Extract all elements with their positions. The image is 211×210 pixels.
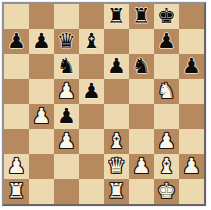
square-b4[interactable]: ♟ — [29, 104, 54, 129]
white-pawn-icon[interactable]: ♟ — [179, 154, 204, 179]
square-g3[interactable]: ♟ — [154, 129, 179, 154]
square-e2[interactable]: ♛ — [104, 154, 129, 179]
square-d5[interactable]: ♟ — [79, 79, 104, 104]
white-knight-icon[interactable]: ♞ — [154, 79, 179, 104]
square-b5[interactable] — [29, 79, 54, 104]
square-a7[interactable]: ♟ — [4, 29, 29, 54]
square-a4[interactable] — [4, 104, 29, 129]
square-d2[interactable] — [79, 154, 104, 179]
white-pawn-icon[interactable]: ♟ — [154, 129, 179, 154]
square-f6[interactable]: ♞ — [129, 54, 154, 79]
black-pawn-icon[interactable]: ♟ — [4, 29, 29, 54]
square-f4[interactable] — [129, 104, 154, 129]
square-e6[interactable]: ♟ — [104, 54, 129, 79]
black-pawn-icon[interactable]: ♟ — [54, 104, 79, 129]
board-frame: ♜♜♚♟♟♛♝♟♞♟♞♟♟♟♞♟♟♟♝♟♟♛♟♝♟♜♜♚ — [1, 1, 207, 207]
white-queen-icon[interactable]: ♛ — [104, 154, 129, 179]
square-e4[interactable] — [104, 104, 129, 129]
square-b7[interactable]: ♟ — [29, 29, 54, 54]
square-h5[interactable] — [179, 79, 204, 104]
black-pawn-icon[interactable]: ♟ — [104, 54, 129, 79]
square-f7[interactable] — [129, 29, 154, 54]
black-bishop-icon[interactable]: ♝ — [79, 29, 104, 54]
square-e5[interactable] — [104, 79, 129, 104]
black-queen-icon[interactable]: ♛ — [54, 29, 79, 54]
chess-board: ♜♜♚♟♟♛♝♟♞♟♞♟♟♟♞♟♟♟♝♟♟♛♟♝♟♜♜♚ — [4, 4, 204, 204]
square-d7[interactable]: ♝ — [79, 29, 104, 54]
white-bishop-icon[interactable]: ♝ — [154, 154, 179, 179]
square-f2[interactable]: ♟ — [129, 154, 154, 179]
square-a5[interactable] — [4, 79, 29, 104]
black-rook-icon[interactable]: ♜ — [104, 4, 129, 29]
black-rook-icon[interactable]: ♜ — [129, 4, 154, 29]
black-pawn-icon[interactable]: ♟ — [29, 29, 54, 54]
square-h1[interactable] — [179, 179, 204, 204]
board-frame-bevel: ♜♜♚♟♟♛♝♟♞♟♞♟♟♟♞♟♟♟♝♟♟♛♟♝♟♜♜♚ — [2, 2, 206, 206]
square-g8[interactable]: ♚ — [154, 4, 179, 29]
square-g4[interactable] — [154, 104, 179, 129]
square-a8[interactable] — [4, 4, 29, 29]
square-h2[interactable]: ♟ — [179, 154, 204, 179]
square-f5[interactable] — [129, 79, 154, 104]
white-king-icon[interactable]: ♚ — [154, 179, 179, 204]
black-knight-icon[interactable]: ♞ — [129, 54, 154, 79]
black-knight-icon[interactable]: ♞ — [54, 54, 79, 79]
square-a1[interactable]: ♜ — [4, 179, 29, 204]
square-h6[interactable]: ♟ — [179, 54, 204, 79]
square-e8[interactable]: ♜ — [104, 4, 129, 29]
white-pawn-icon[interactable]: ♟ — [129, 154, 154, 179]
square-e1[interactable]: ♜ — [104, 179, 129, 204]
square-c3[interactable]: ♟ — [54, 129, 79, 154]
square-d8[interactable] — [79, 4, 104, 29]
white-pawn-icon[interactable]: ♟ — [29, 104, 54, 129]
square-c1[interactable] — [54, 179, 79, 204]
square-g6[interactable] — [154, 54, 179, 79]
square-c2[interactable] — [54, 154, 79, 179]
black-pawn-icon[interactable]: ♟ — [154, 29, 179, 54]
square-b2[interactable] — [29, 154, 54, 179]
black-pawn-icon[interactable]: ♟ — [79, 79, 104, 104]
square-c7[interactable]: ♛ — [54, 29, 79, 54]
square-g1[interactable]: ♚ — [154, 179, 179, 204]
white-pawn-icon[interactable]: ♟ — [54, 79, 79, 104]
square-a3[interactable] — [4, 129, 29, 154]
white-pawn-icon[interactable]: ♟ — [4, 154, 29, 179]
square-d6[interactable] — [79, 54, 104, 79]
square-h8[interactable] — [179, 4, 204, 29]
white-pawn-icon[interactable]: ♟ — [54, 129, 79, 154]
white-rook-icon[interactable]: ♜ — [4, 179, 29, 204]
square-b3[interactable] — [29, 129, 54, 154]
square-g2[interactable]: ♝ — [154, 154, 179, 179]
black-pawn-icon[interactable]: ♟ — [179, 54, 204, 79]
square-g5[interactable]: ♞ — [154, 79, 179, 104]
square-c6[interactable]: ♞ — [54, 54, 79, 79]
square-a6[interactable] — [4, 54, 29, 79]
black-king-icon[interactable]: ♚ — [154, 4, 179, 29]
square-h4[interactable] — [179, 104, 204, 129]
square-b1[interactable] — [29, 179, 54, 204]
white-rook-icon[interactable]: ♜ — [104, 179, 129, 204]
square-e3[interactable]: ♝ — [104, 129, 129, 154]
square-c4[interactable]: ♟ — [54, 104, 79, 129]
square-f3[interactable] — [129, 129, 154, 154]
square-d4[interactable] — [79, 104, 104, 129]
white-bishop-icon[interactable]: ♝ — [104, 129, 129, 154]
square-a2[interactable]: ♟ — [4, 154, 29, 179]
square-e7[interactable] — [104, 29, 129, 54]
square-f1[interactable] — [129, 179, 154, 204]
square-f8[interactable]: ♜ — [129, 4, 154, 29]
square-c8[interactable] — [54, 4, 79, 29]
square-b6[interactable] — [29, 54, 54, 79]
square-d1[interactable] — [79, 179, 104, 204]
square-b8[interactable] — [29, 4, 54, 29]
square-h7[interactable] — [179, 29, 204, 54]
square-g7[interactable]: ♟ — [154, 29, 179, 54]
square-h3[interactable] — [179, 129, 204, 154]
square-d3[interactable] — [79, 129, 104, 154]
square-c5[interactable]: ♟ — [54, 79, 79, 104]
